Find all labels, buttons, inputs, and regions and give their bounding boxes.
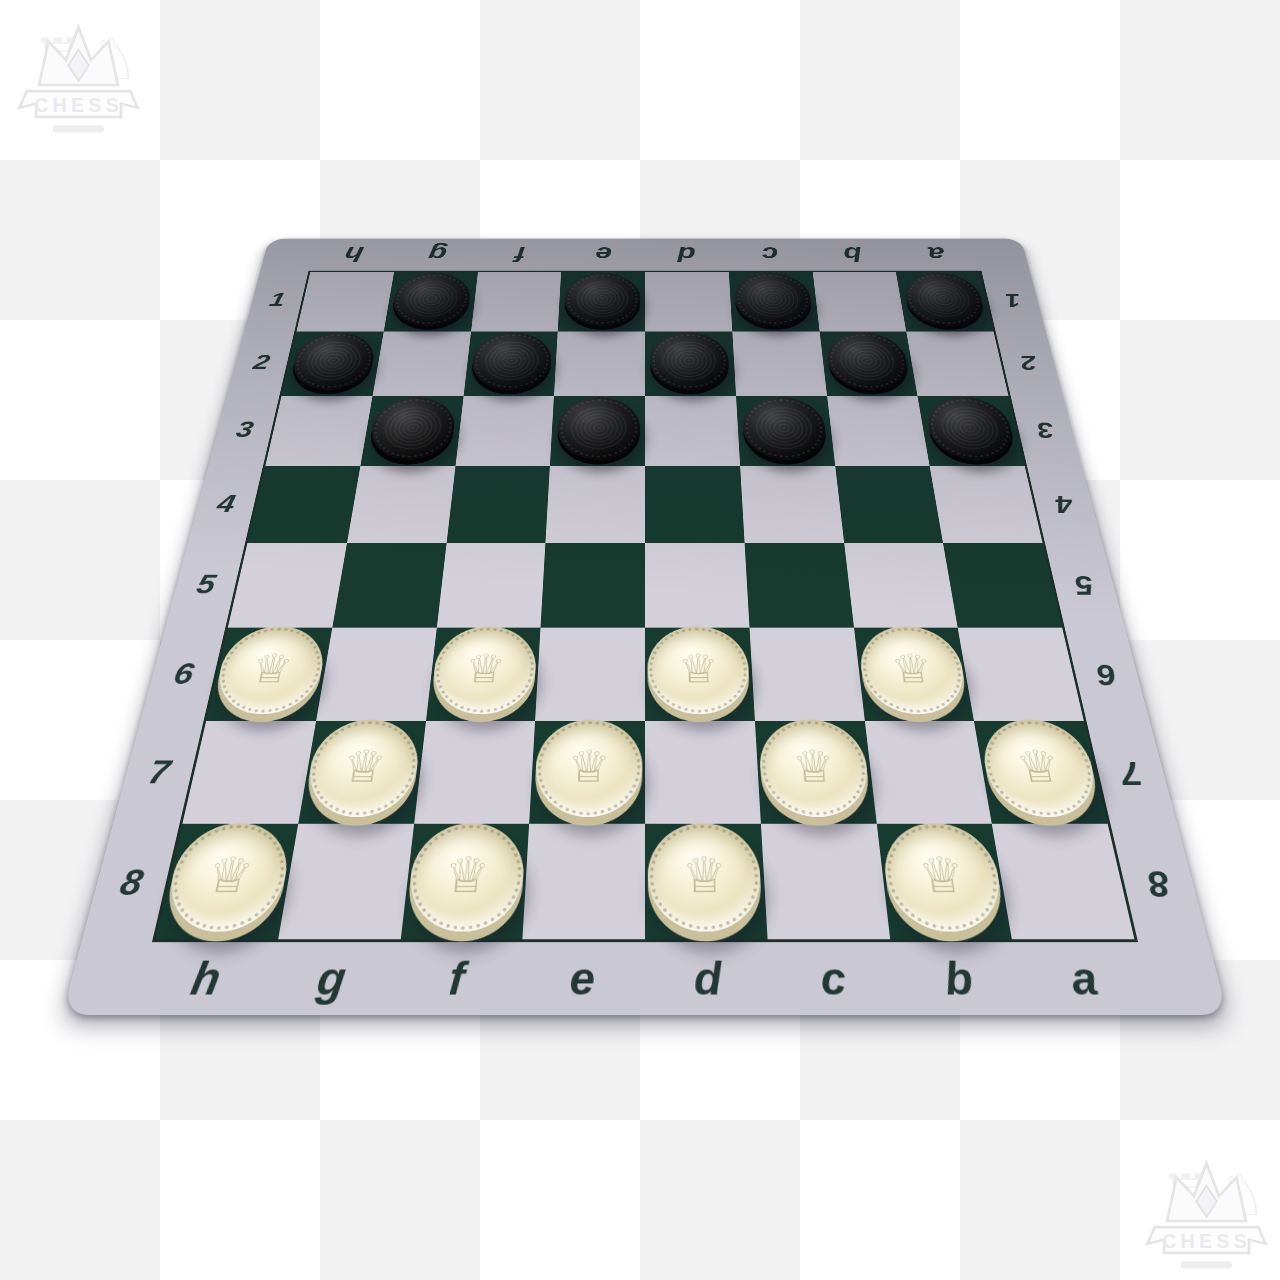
- file-far-label-c: c: [727, 239, 813, 271]
- crown-shape: [1167, 1163, 1246, 1221]
- rook-silhouette-icon: ♖: [1159, 1163, 1213, 1230]
- square-b1[interactable]: [812, 272, 906, 331]
- square-c3[interactable]: [736, 396, 835, 466]
- file-far-label-f: f: [477, 239, 563, 271]
- square-e1[interactable]: [558, 272, 645, 331]
- square-b2[interactable]: [819, 331, 917, 395]
- file-near-label-f: f: [390, 942, 522, 1015]
- file-near-label-h: h: [135, 942, 275, 1015]
- checker-black-g3[interactable]: [367, 397, 458, 459]
- checker-black-f2[interactable]: [469, 333, 552, 390]
- file-near-label-d: d: [645, 942, 773, 1015]
- knight-silhouette-icon: ♘: [87, 26, 139, 91]
- crown-engraving-icon: ♕: [916, 851, 968, 900]
- checker-black-b2[interactable]: [825, 333, 912, 390]
- square-h7[interactable]: [182, 721, 316, 824]
- board-grid: ♕♕♕♕♕♕♕♕♕♕♕♕: [152, 271, 1138, 942]
- square-d5[interactable]: [645, 543, 749, 627]
- crown-logo-icon: ♖ ♘ CHESS: [6, 0, 151, 145]
- file-far-label-h: h: [309, 239, 399, 271]
- file-far-label-g: g: [393, 239, 481, 271]
- square-a1[interactable]: [896, 272, 993, 331]
- square-h3[interactable]: [265, 396, 372, 466]
- square-h2[interactable]: [282, 331, 384, 395]
- watermark-label: CHESS: [34, 94, 122, 116]
- square-a5[interactable]: [943, 543, 1062, 627]
- file-far-label-d: d: [645, 239, 729, 271]
- file-near-label-b: b: [892, 942, 1028, 1015]
- square-d1[interactable]: [645, 272, 732, 331]
- square-a3[interactable]: [918, 396, 1025, 466]
- square-d7[interactable]: [645, 721, 761, 824]
- file-far-label-a: a: [892, 239, 982, 271]
- crown-engraving-icon: ♕: [339, 745, 388, 789]
- crown-jewel: [1196, 1186, 1217, 1217]
- square-a2[interactable]: [906, 331, 1008, 395]
- checker-white-b6[interactable]: ♕: [856, 626, 970, 714]
- chess-brand-watermark: ♖ ♘ CHESS: [1134, 1136, 1279, 1280]
- crown-engraving-icon: ♕: [681, 851, 728, 900]
- square-g7[interactable]: ♕: [298, 721, 426, 824]
- crown-engraving-icon: ♕: [247, 650, 296, 690]
- vinyl-chess-mat: hgfedcba hgfedcba 12345678 12345678 ♕♕♕♕…: [62, 239, 1228, 1015]
- square-c4[interactable]: [740, 466, 844, 543]
- square-g6[interactable]: [316, 627, 436, 720]
- square-h5[interactable]: [228, 543, 347, 627]
- square-f3[interactable]: [455, 396, 554, 466]
- square-h8[interactable]: ♕: [156, 824, 298, 939]
- square-c6[interactable]: [749, 627, 864, 720]
- square-g4[interactable]: [347, 466, 455, 543]
- file-near-label-c: c: [768, 942, 900, 1015]
- checker-white-e7[interactable]: ♕: [533, 720, 642, 817]
- crown-logo-icon: ♖ ♘ CHESS: [1134, 1136, 1279, 1280]
- checker-white-d8[interactable]: ♕: [648, 823, 764, 932]
- watermark-subtext-bar: [1181, 1261, 1233, 1268]
- watermark-subtext-bar: [53, 125, 105, 132]
- square-c1[interactable]: [729, 272, 820, 331]
- square-a6[interactable]: [958, 627, 1084, 720]
- square-h6[interactable]: ♕: [206, 627, 332, 720]
- square-b5[interactable]: [844, 543, 958, 627]
- square-g8[interactable]: [278, 824, 414, 939]
- checker-black-e3[interactable]: [556, 397, 640, 459]
- checker-black-c3[interactable]: [741, 397, 828, 459]
- checker-black-a1[interactable]: [901, 273, 987, 325]
- board-scene: hgfedcba hgfedcba 12345678 12345678 ♕♕♕♕…: [62, 239, 1228, 1015]
- square-a7[interactable]: ♕: [974, 721, 1108, 824]
- square-c8[interactable]: [761, 824, 890, 939]
- square-e3[interactable]: [550, 396, 645, 466]
- square-g2[interactable]: [372, 331, 470, 395]
- banner-ribbon: [19, 91, 137, 117]
- crown-engraving-icon: ♕: [442, 851, 492, 900]
- file-labels-far: hgfedcba: [309, 239, 982, 271]
- product-photo-page: { "game": "checkers (draughts), standard…: [0, 0, 1280, 1280]
- square-f5[interactable]: [436, 543, 545, 627]
- checker-white-b8[interactable]: ♕: [879, 823, 1007, 932]
- square-d4[interactable]: [645, 466, 744, 543]
- file-far-label-e: e: [561, 239, 645, 271]
- square-f6[interactable]: ♕: [426, 627, 541, 720]
- square-e2[interactable]: [554, 331, 645, 395]
- checker-white-g7[interactable]: ♕: [302, 720, 423, 817]
- checker-white-h8[interactable]: ♕: [161, 823, 295, 932]
- square-c2[interactable]: [732, 331, 827, 395]
- square-e6[interactable]: [535, 627, 645, 720]
- square-e8[interactable]: [523, 824, 645, 939]
- square-f1[interactable]: [471, 272, 562, 331]
- square-d8[interactable]: ♕: [645, 824, 767, 939]
- checker-black-c1[interactable]: [734, 273, 814, 325]
- checker-white-c7[interactable]: ♕: [758, 720, 873, 817]
- crown-jewel: [68, 50, 89, 81]
- crown-engraving-icon: ♕: [790, 745, 837, 789]
- checker-black-h2[interactable]: [288, 333, 378, 390]
- checker-black-g1[interactable]: [390, 273, 473, 325]
- file-far-label-b: b: [809, 239, 897, 271]
- square-d3[interactable]: [645, 396, 740, 466]
- square-g1[interactable]: [384, 272, 478, 331]
- square-f2[interactable]: [463, 331, 558, 395]
- square-b6[interactable]: ♕: [854, 627, 974, 720]
- crown-shape: [39, 27, 118, 85]
- crown-engraving-icon: ♕: [202, 851, 257, 900]
- square-b4[interactable]: [835, 466, 943, 543]
- square-b3[interactable]: [827, 396, 930, 466]
- square-d6[interactable]: ♕: [645, 627, 755, 720]
- watermark-label: CHESS: [1162, 1230, 1250, 1252]
- square-g5[interactable]: [332, 543, 446, 627]
- square-h1[interactable]: [296, 272, 393, 331]
- square-e5[interactable]: [541, 543, 645, 627]
- square-e7[interactable]: ♕: [529, 721, 645, 824]
- checker-white-d6[interactable]: ♕: [648, 626, 752, 714]
- square-g3[interactable]: [360, 396, 463, 466]
- crown-engraving-icon: ♕: [889, 650, 935, 690]
- square-f8[interactable]: ♕: [400, 824, 529, 939]
- file-labels-near: hgfedcba: [135, 942, 1155, 1015]
- banner-ribbon: [1147, 1227, 1265, 1253]
- chess-brand-watermark: ♖ ♘ CHESS: [6, 0, 151, 145]
- checker-black-e1[interactable]: [563, 273, 640, 325]
- file-near-label-a: a: [1015, 942, 1155, 1015]
- checker-white-a7[interactable]: ♕: [977, 720, 1103, 817]
- square-a4[interactable]: [930, 466, 1043, 543]
- crown-engraving-icon: ♕: [463, 650, 507, 690]
- square-d2[interactable]: [645, 331, 736, 395]
- crown-engraving-icon: ♕: [566, 745, 610, 789]
- crown-engraving-icon: ♕: [1013, 745, 1065, 789]
- rook-silhouette-icon: ♖: [31, 27, 85, 94]
- square-f7[interactable]: [414, 721, 536, 824]
- square-h4[interactable]: [247, 466, 360, 543]
- square-b7[interactable]: [864, 721, 992, 824]
- square-c5[interactable]: [744, 543, 853, 627]
- checker-white-f8[interactable]: ♕: [404, 823, 526, 932]
- checker-black-d2[interactable]: [650, 333, 730, 390]
- file-near-label-g: g: [263, 942, 399, 1015]
- file-near-label-e: e: [518, 942, 646, 1015]
- square-c7[interactable]: ♕: [755, 721, 877, 824]
- knight-silhouette-icon: ♘: [1215, 1162, 1267, 1227]
- checker-white-f6[interactable]: ♕: [429, 626, 538, 714]
- crown-engraving-icon: ♕: [678, 650, 720, 690]
- square-f4[interactable]: [446, 466, 550, 543]
- square-b8[interactable]: ♕: [876, 824, 1012, 939]
- square-e4[interactable]: [546, 466, 645, 543]
- checker-white-h6[interactable]: ♕: [211, 626, 330, 714]
- square-a8[interactable]: [992, 824, 1134, 939]
- checker-black-a3[interactable]: [923, 397, 1018, 459]
